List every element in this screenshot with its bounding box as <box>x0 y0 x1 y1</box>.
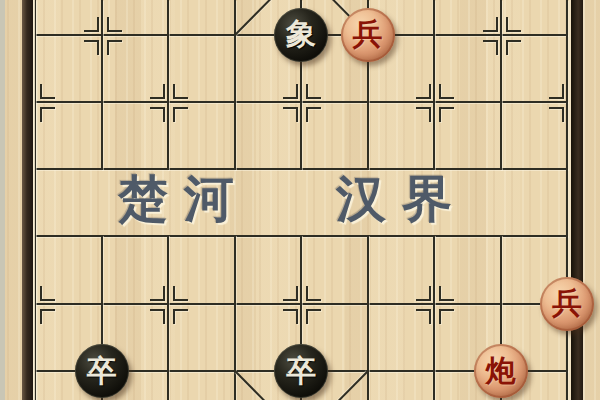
position-marker <box>173 286 188 301</box>
position-marker <box>84 40 99 55</box>
grid-line <box>367 235 369 400</box>
board-frame-left <box>22 0 33 400</box>
board-edge-strip <box>0 0 5 400</box>
piece-red-soldier[interactable]: 兵 <box>540 277 594 331</box>
grid-line <box>433 235 435 400</box>
position-marker <box>173 107 188 122</box>
position-marker <box>173 84 188 99</box>
xiangqi-board[interactable]: 楚河 汉界 象兵兵卒卒炮 <box>0 0 600 400</box>
position-marker <box>150 286 165 301</box>
position-marker <box>40 84 55 99</box>
position-marker <box>283 107 298 122</box>
grid-line <box>167 0 169 170</box>
piece-black-soldier[interactable]: 卒 <box>75 344 129 398</box>
position-marker <box>439 309 454 324</box>
position-marker <box>150 107 165 122</box>
position-marker <box>439 286 454 301</box>
grid-line <box>167 235 169 400</box>
position-marker <box>439 107 454 122</box>
piece-black-elephant[interactable]: 象 <box>274 8 328 62</box>
river-label-right: 汉界 <box>336 172 468 226</box>
position-marker <box>306 286 321 301</box>
grid-line <box>500 0 502 170</box>
piece-red-soldier[interactable]: 兵 <box>341 8 395 62</box>
grid-line <box>234 235 236 400</box>
grid-line <box>433 0 435 170</box>
position-marker <box>506 17 521 32</box>
position-marker <box>483 17 498 32</box>
position-marker <box>84 17 99 32</box>
grid-line <box>234 0 236 170</box>
position-marker <box>416 286 431 301</box>
position-marker <box>483 40 498 55</box>
grid-line <box>34 0 36 400</box>
position-marker <box>150 309 165 324</box>
position-marker <box>306 84 321 99</box>
position-marker <box>283 286 298 301</box>
position-marker <box>173 309 188 324</box>
piece-black-soldier[interactable]: 卒 <box>274 344 328 398</box>
position-marker <box>40 107 55 122</box>
position-marker <box>549 107 564 122</box>
position-marker <box>306 107 321 122</box>
river-label-left: 楚河 <box>118 172 250 226</box>
position-marker <box>416 309 431 324</box>
position-marker <box>40 286 55 301</box>
grid-line <box>566 0 568 400</box>
position-marker <box>439 84 454 99</box>
grid-line <box>101 0 103 170</box>
position-marker <box>416 107 431 122</box>
position-marker <box>283 309 298 324</box>
position-marker <box>150 84 165 99</box>
position-marker <box>549 84 564 99</box>
position-marker <box>40 309 55 324</box>
board-frame-right <box>571 0 583 400</box>
position-marker <box>283 84 298 99</box>
position-marker <box>506 40 521 55</box>
position-marker <box>107 17 122 32</box>
piece-red-cannon[interactable]: 炮 <box>474 344 528 398</box>
position-marker <box>416 84 431 99</box>
position-marker <box>107 40 122 55</box>
position-marker <box>306 309 321 324</box>
